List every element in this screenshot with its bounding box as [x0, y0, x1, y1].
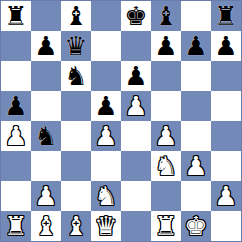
black-rook-icon[interactable]: ♜ — [214, 1, 237, 31]
square-g8[interactable] — [181, 1, 211, 31]
square-a6[interactable] — [1, 61, 31, 91]
square-h8[interactable]: ♜ — [211, 1, 241, 31]
square-a8[interactable]: ♜ — [1, 1, 31, 31]
square-f8[interactable]: ♝ — [151, 1, 181, 31]
square-d5[interactable]: ♟ — [91, 91, 121, 121]
white-knight-icon[interactable]: ♞ — [154, 151, 177, 181]
square-c1[interactable]: ♝ — [61, 211, 91, 241]
white-queen-icon[interactable]: ♛ — [94, 211, 117, 241]
square-b4[interactable]: ♞ — [31, 121, 61, 151]
white-knight-icon[interactable]: ♞ — [94, 181, 117, 211]
black-knight-icon[interactable]: ♞ — [64, 61, 87, 91]
square-g1[interactable]: ♚ — [181, 211, 211, 241]
black-queen-icon[interactable]: ♛ — [64, 31, 87, 61]
black-pawn-icon[interactable]: ♟ — [214, 31, 237, 61]
square-e6[interactable]: ♟ — [121, 61, 151, 91]
square-e2[interactable] — [121, 181, 151, 211]
chess-board: ♜♝♚♝♜♟♛♟♟♟♞♟♟♟♟♟♞♟♟♞♟♟♞♟♜♝♝♛♜♚ — [0, 0, 242, 242]
square-c3[interactable] — [61, 151, 91, 181]
square-b8[interactable] — [31, 1, 61, 31]
black-king-icon[interactable]: ♚ — [124, 1, 147, 31]
white-pawn-icon[interactable]: ♟ — [184, 151, 207, 181]
square-b5[interactable] — [31, 91, 61, 121]
square-c2[interactable] — [61, 181, 91, 211]
square-c5[interactable] — [61, 91, 91, 121]
square-b7[interactable]: ♟ — [31, 31, 61, 61]
square-f5[interactable] — [151, 91, 181, 121]
square-f3[interactable]: ♞ — [151, 151, 181, 181]
white-bishop-icon[interactable]: ♝ — [34, 211, 57, 241]
square-c7[interactable]: ♛ — [61, 31, 91, 61]
square-g4[interactable] — [181, 121, 211, 151]
chess-board-container: ♜♝♚♝♜♟♛♟♟♟♞♟♟♟♟♟♞♟♟♞♟♟♞♟♜♝♝♛♜♚ — [0, 0, 242, 242]
square-c6[interactable]: ♞ — [61, 61, 91, 91]
square-d2[interactable]: ♞ — [91, 181, 121, 211]
square-h2[interactable]: ♟ — [211, 181, 241, 211]
square-g5[interactable] — [181, 91, 211, 121]
square-b3[interactable] — [31, 151, 61, 181]
square-d6[interactable] — [91, 61, 121, 91]
white-rook-icon[interactable]: ♜ — [154, 211, 177, 241]
square-a5[interactable]: ♟ — [1, 91, 31, 121]
black-knight-icon[interactable]: ♞ — [34, 121, 57, 151]
square-e4[interactable] — [121, 121, 151, 151]
square-g7[interactable]: ♟ — [181, 31, 211, 61]
black-rook-icon[interactable]: ♜ — [4, 1, 27, 31]
square-h4[interactable] — [211, 121, 241, 151]
square-e1[interactable] — [121, 211, 151, 241]
square-a2[interactable] — [1, 181, 31, 211]
square-b2[interactable]: ♟ — [31, 181, 61, 211]
square-a4[interactable]: ♟ — [1, 121, 31, 151]
square-g6[interactable] — [181, 61, 211, 91]
black-pawn-icon[interactable]: ♟ — [4, 91, 27, 121]
square-e8[interactable]: ♚ — [121, 1, 151, 31]
square-g3[interactable]: ♟ — [181, 151, 211, 181]
square-f7[interactable]: ♟ — [151, 31, 181, 61]
square-h5[interactable] — [211, 91, 241, 121]
square-f6[interactable] — [151, 61, 181, 91]
square-f4[interactable]: ♟ — [151, 121, 181, 151]
white-pawn-icon[interactable]: ♟ — [4, 121, 27, 151]
square-e5[interactable]: ♟ — [121, 91, 151, 121]
square-h1[interactable] — [211, 211, 241, 241]
square-d1[interactable]: ♛ — [91, 211, 121, 241]
square-d8[interactable] — [91, 1, 121, 31]
square-f2[interactable] — [151, 181, 181, 211]
black-pawn-icon[interactable]: ♟ — [184, 31, 207, 61]
square-h3[interactable] — [211, 151, 241, 181]
black-pawn-icon[interactable]: ♟ — [124, 61, 147, 91]
square-e3[interactable] — [121, 151, 151, 181]
white-pawn-icon[interactable]: ♟ — [154, 121, 177, 151]
white-rook-icon[interactable]: ♜ — [4, 211, 27, 241]
black-pawn-icon[interactable]: ♟ — [154, 31, 177, 61]
square-g2[interactable] — [181, 181, 211, 211]
white-bishop-icon[interactable]: ♝ — [64, 211, 87, 241]
black-bishop-icon[interactable]: ♝ — [154, 1, 177, 31]
square-a7[interactable] — [1, 31, 31, 61]
black-bishop-icon[interactable]: ♝ — [64, 1, 87, 31]
square-c8[interactable]: ♝ — [61, 1, 91, 31]
black-pawn-icon[interactable]: ♟ — [94, 91, 117, 121]
white-pawn-icon[interactable]: ♟ — [94, 121, 117, 151]
square-c4[interactable] — [61, 121, 91, 151]
square-d7[interactable] — [91, 31, 121, 61]
square-e7[interactable] — [121, 31, 151, 61]
white-pawn-icon[interactable]: ♟ — [124, 91, 147, 121]
square-b6[interactable] — [31, 61, 61, 91]
square-f1[interactable]: ♜ — [151, 211, 181, 241]
black-pawn-icon[interactable]: ♟ — [34, 31, 57, 61]
square-a3[interactable] — [1, 151, 31, 181]
square-h7[interactable]: ♟ — [211, 31, 241, 61]
square-h6[interactable] — [211, 61, 241, 91]
square-a1[interactable]: ♜ — [1, 211, 31, 241]
white-pawn-icon[interactable]: ♟ — [34, 181, 57, 211]
square-d3[interactable] — [91, 151, 121, 181]
white-king-icon[interactable]: ♚ — [184, 211, 207, 241]
square-d4[interactable]: ♟ — [91, 121, 121, 151]
square-b1[interactable]: ♝ — [31, 211, 61, 241]
white-pawn-icon[interactable]: ♟ — [214, 181, 237, 211]
